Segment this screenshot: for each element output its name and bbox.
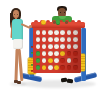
disc-r [73,65,78,70]
girl-eye [17,14,18,15]
disc-g [36,58,41,63]
left-rail-storage-discs [31,46,34,73]
boy-right-hand [65,21,69,24]
empty-hole [48,44,53,49]
empty-hole [48,51,53,56]
disc-r [67,51,72,56]
empty-hole [67,58,72,63]
boy-shoe [61,77,67,81]
empty-hole [54,58,59,63]
product-photo-scene [0,0,100,100]
disc-y [54,65,59,70]
storage-disc-g [31,52,34,55]
empty-hole [42,30,47,35]
disc-r [60,58,65,63]
empty-hole [73,30,78,35]
disc-g [36,65,41,70]
ground-shadow [20,80,96,88]
disc-r [73,51,78,56]
disc-g [36,51,41,56]
disc-on-top-rail [41,20,46,24]
empty-hole [67,44,72,49]
disc-in-boys-hand [56,20,60,24]
empty-hole [42,51,47,56]
disc-y [60,51,65,56]
storage-disc-g [31,64,34,67]
empty-hole [54,51,59,56]
empty-hole [42,44,47,49]
girl-hand-on-post [29,25,32,28]
empty-hole [36,37,41,42]
girl-shorts [13,39,24,50]
empty-hole [54,37,59,42]
empty-hole [73,37,78,42]
empty-hole [48,37,53,42]
empty-hole [60,37,65,42]
disc-y [48,58,53,63]
empty-hole [36,44,41,49]
empty-hole [60,30,65,35]
empty-hole [54,44,59,49]
connect-four-board [33,27,81,73]
disc-y [42,65,47,70]
boy-shoe [67,78,73,82]
empty-hole [42,37,47,42]
empty-hole [54,30,59,35]
empty-hole [67,37,72,42]
empty-hole [60,44,65,49]
disc-r [73,58,78,63]
storage-disc-r [31,46,34,49]
c4-grid [35,29,79,71]
empty-hole [67,30,72,35]
boy-collar [59,16,66,18]
storage-disc-y [31,58,34,61]
storage-disc-r [31,70,34,73]
empty-hole [73,44,78,49]
disc-r [60,65,65,70]
girl-eye [14,14,15,15]
disc-r [67,65,72,70]
empty-hole [36,30,41,35]
empty-hole [48,30,53,35]
girl-leg [17,49,23,81]
empty-hole [42,58,47,63]
empty-hole [48,65,53,70]
